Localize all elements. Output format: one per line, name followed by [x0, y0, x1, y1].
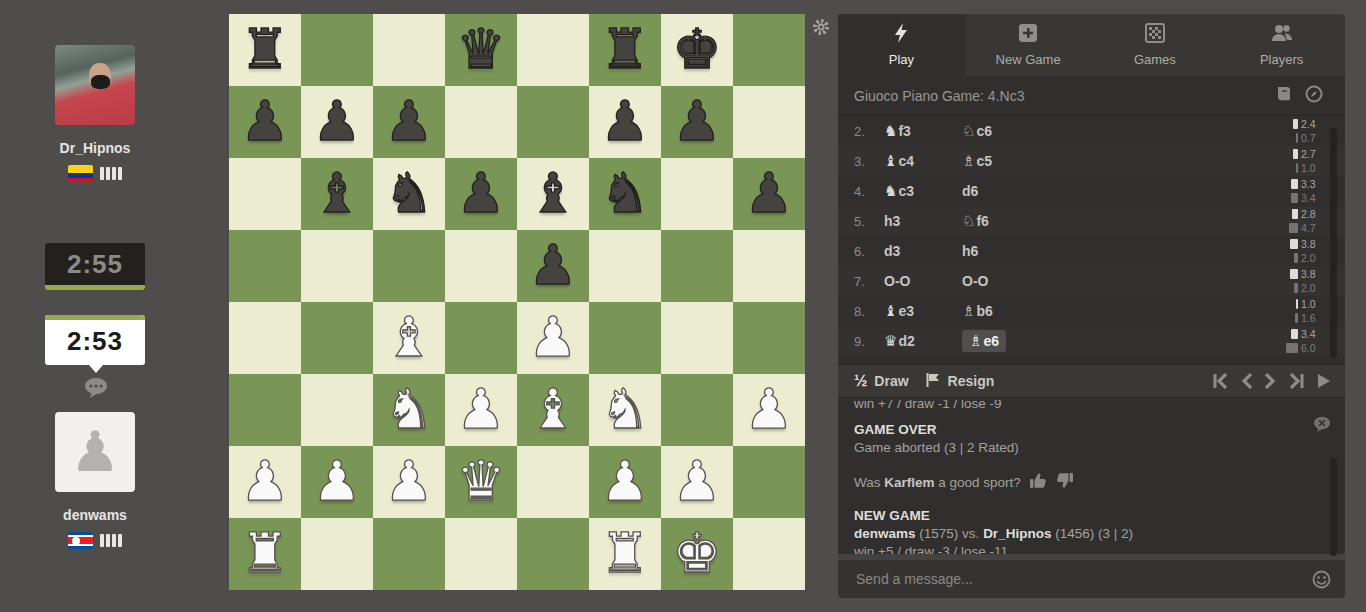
board-grid-icon — [1145, 23, 1165, 46]
square-f4[interactable] — [589, 302, 661, 374]
black-figurine-icon: ♘ — [962, 122, 975, 140]
square-d2[interactable]: ♛ — [445, 446, 517, 518]
move-times: 3.82.0 — [1257, 238, 1325, 265]
piece-black-bishop[interactable]: ♝ — [517, 158, 589, 230]
resign-button[interactable]: Resign — [925, 372, 995, 391]
north-korea-flag-icon — [68, 532, 93, 549]
piece-white-bishop[interactable]: ♝ — [517, 374, 589, 446]
white-move[interactable]: ♝e3 — [884, 302, 962, 320]
chat-bubble-icon[interactable] — [83, 377, 109, 403]
chess-app: Dr_Hipnos 2:55 2:53 ♟ denwams ♜♛♜♚♟♟♟♟♟♝… — [0, 0, 1366, 612]
new-game-title: NEW GAME — [854, 507, 1329, 525]
square-e8[interactable] — [517, 14, 589, 86]
square-c5[interactable] — [373, 230, 445, 302]
square-e5[interactable]: ♟ — [517, 230, 589, 302]
time-value: 1.6 — [1301, 312, 1325, 324]
move-number: 9. — [854, 334, 884, 349]
square-c7[interactable]: ♟ — [373, 86, 445, 158]
square-d8[interactable]: ♛ — [445, 14, 517, 86]
previous-odds-line: win +7 / draw -1 / lose -9 — [854, 400, 1329, 413]
square-h5[interactable] — [733, 230, 805, 302]
time-value: 3.4 — [1301, 192, 1325, 204]
player-name-bottom[interactable]: denwams — [15, 507, 175, 523]
piece-white-queen[interactable]: ♛ — [445, 446, 517, 518]
white-figurine-icon: ♞ — [884, 122, 897, 140]
resign-flag-icon — [925, 372, 941, 391]
piece-white-rook[interactable]: ♜ — [589, 518, 661, 590]
move-times: 2.40.7 — [1257, 118, 1325, 145]
move-row-6: 6.d3h63.82.0 — [838, 236, 1345, 266]
move-number: 6. — [854, 244, 884, 259]
time-value: 1.0 — [1301, 298, 1325, 310]
time-value: 2.8 — [1301, 208, 1325, 220]
move-row-3: 3.♝c4♗c52.71.0 — [838, 146, 1345, 176]
square-g7[interactable]: ♟ — [661, 86, 733, 158]
piece-black-pawn[interactable]: ♟ — [301, 86, 373, 158]
piece-white-pawn[interactable]: ♟ — [733, 374, 805, 446]
time-bar — [1294, 283, 1298, 293]
white-move[interactable]: ♛d2 — [884, 332, 962, 350]
black-move[interactable]: d6 — [962, 183, 1040, 199]
square-d7[interactable] — [445, 86, 517, 158]
move-row-9: 9.♛d2♗e63.46.0 — [838, 326, 1345, 356]
square-d6[interactable]: ♟ — [445, 158, 517, 230]
time-bar — [1290, 239, 1298, 249]
time-bar — [1291, 193, 1298, 203]
move-row-7: 7.O-OO-O3.82.0 — [838, 266, 1345, 296]
half-point-icon: ½ — [854, 372, 867, 390]
piece-white-pawn[interactable]: ♟ — [589, 446, 661, 518]
tab-new-game[interactable]: New Game — [965, 14, 1092, 76]
piece-white-pawn[interactable]: ♟ — [301, 446, 373, 518]
selected-move-chip: ♗e6 — [962, 330, 1006, 352]
square-a1[interactable]: ♜ — [229, 518, 301, 590]
square-b1[interactable] — [301, 518, 373, 590]
explorer-compass-icon[interactable] — [1305, 85, 1323, 107]
black-move[interactable]: ♗e6 — [962, 330, 1040, 352]
black-figurine-icon: ♗ — [962, 152, 975, 170]
piece-black-rook[interactable]: ♜ — [589, 14, 661, 86]
autoplay-button[interactable] — [1316, 373, 1331, 389]
square-d5[interactable] — [445, 230, 517, 302]
piece-black-pawn[interactable]: ♟ — [661, 86, 733, 158]
white-figurine-icon: ♞ — [884, 182, 897, 200]
square-b5[interactable] — [301, 230, 373, 302]
time-bar — [1289, 223, 1298, 233]
time-bar — [1286, 343, 1298, 353]
connection-bars-icon — [100, 534, 122, 547]
time-value: 3.4 — [1301, 328, 1325, 340]
piece-white-pawn[interactable]: ♟ — [445, 374, 517, 446]
square-h6[interactable]: ♟ — [733, 158, 805, 230]
square-a2[interactable]: ♟ — [229, 446, 301, 518]
white-figurine-icon: ♝ — [884, 302, 897, 320]
move-list-scrollbar[interactable] — [1330, 128, 1337, 358]
move-times: 2.71.0 — [1257, 148, 1325, 175]
square-e3[interactable]: ♝ — [517, 374, 589, 446]
square-f6[interactable]: ♞ — [589, 158, 661, 230]
black-move[interactable]: O-O — [962, 273, 1040, 289]
time-bar — [1296, 133, 1298, 143]
square-d3[interactable]: ♟ — [445, 374, 517, 446]
piece-black-pawn[interactable]: ♟ — [589, 86, 661, 158]
move-list: 2.♞f3♘c62.40.73.♝c4♗c52.71.04.♞c3d63.33.… — [838, 116, 1345, 364]
square-e1[interactable] — [517, 518, 589, 590]
move-number: 4. — [854, 184, 884, 199]
time-value: 2.7 — [1301, 148, 1325, 160]
move-times: 3.33.4 — [1257, 178, 1325, 205]
square-g4[interactable] — [661, 302, 733, 374]
time-bar — [1291, 329, 1298, 339]
time-value: 2.0 — [1301, 252, 1325, 264]
square-f1[interactable]: ♜ — [589, 518, 661, 590]
square-a6[interactable] — [229, 158, 301, 230]
square-e6[interactable]: ♝ — [517, 158, 589, 230]
piece-black-queen[interactable]: ♛ — [445, 14, 517, 86]
chat-scrollbar[interactable] — [1330, 458, 1337, 556]
square-b2[interactable]: ♟ — [301, 446, 373, 518]
move-row-8: 8.♝e3♗b61.01.6 — [838, 296, 1345, 326]
message-input[interactable] — [854, 570, 1312, 588]
square-a3[interactable] — [229, 374, 301, 446]
tab-bar: Play New Game Games Players — [838, 14, 1345, 76]
black-move[interactable]: ♘c6 — [962, 122, 1040, 140]
white-figurine-icon: ♝ — [884, 152, 897, 170]
time-progress-bar — [45, 315, 145, 320]
black-move[interactable]: h6 — [962, 243, 1040, 259]
clock-top: 2:55 — [45, 243, 145, 290]
clock-bottom: 2:53 — [45, 315, 145, 365]
opening-book-icon[interactable] — [1275, 85, 1293, 107]
square-f8[interactable]: ♜ — [589, 14, 661, 86]
move-number: 3. — [854, 154, 884, 169]
time-value: 3.3 — [1301, 178, 1325, 190]
square-g1[interactable]: ♚ — [661, 518, 733, 590]
piece-black-pawn[interactable]: ♟ — [517, 230, 589, 302]
new-odds-line: win +5 / draw -3 / lose -11 — [854, 543, 1329, 554]
time-value: 0.7 — [1301, 132, 1325, 144]
white-move[interactable]: d3 — [884, 243, 962, 259]
time-bar — [1295, 313, 1298, 323]
piece-black-pawn[interactable]: ♟ — [733, 158, 805, 230]
piece-black-pawn[interactable]: ♟ — [373, 86, 445, 158]
time-value: 2.4 — [1301, 118, 1325, 130]
opening-row: Giuoco Piano Game: 4.Nc3 — [838, 76, 1345, 116]
square-e7[interactable] — [517, 86, 589, 158]
black-figurine-icon: ♗ — [962, 302, 975, 320]
lightning-icon — [893, 23, 909, 46]
square-e4[interactable]: ♟ — [517, 302, 589, 374]
piece-white-knight[interactable]: ♞ — [373, 374, 445, 446]
clock-pointer — [89, 365, 103, 373]
connection-bars-icon — [100, 167, 122, 180]
time-bar — [1292, 209, 1298, 219]
tab-games[interactable]: Games — [1092, 14, 1219, 76]
tab-players[interactable]: Players — [1218, 14, 1345, 76]
piece-white-pawn[interactable]: ♟ — [229, 446, 301, 518]
piece-white-bishop[interactable]: ♝ — [373, 302, 445, 374]
white-move[interactable]: h3 — [884, 213, 962, 229]
square-h3[interactable]: ♟ — [733, 374, 805, 446]
square-g8[interactable]: ♚ — [661, 14, 733, 86]
move-times: 1.01.6 — [1257, 298, 1325, 325]
black-figurine-icon: ♘ — [962, 212, 975, 230]
square-f7[interactable]: ♟ — [589, 86, 661, 158]
square-d4[interactable] — [445, 302, 517, 374]
move-number: 7. — [854, 274, 884, 289]
player-name-top[interactable]: Dr_Hipnos — [15, 140, 175, 156]
white-figurine-icon: ♛ — [884, 332, 897, 350]
message-bar — [838, 560, 1345, 598]
square-h4[interactable] — [733, 302, 805, 374]
square-b7[interactable]: ♟ — [301, 86, 373, 158]
move-number: 8. — [854, 304, 884, 319]
white-move[interactable]: O-O — [884, 273, 962, 289]
opening-name: Giuoco Piano Game: 4.Nc3 — [854, 88, 1275, 104]
square-c1[interactable] — [373, 518, 445, 590]
move-number: 5. — [854, 214, 884, 229]
move-times: 3.82.0 — [1257, 268, 1325, 295]
right-panel: Play New Game Games Players Giuoco Piano… — [838, 14, 1345, 598]
avatar[interactable]: ♟ — [55, 412, 135, 492]
time-bar — [1291, 179, 1298, 189]
square-g6[interactable] — [661, 158, 733, 230]
time-bar — [1293, 149, 1298, 159]
thumbs-up-icon[interactable] — [1030, 472, 1047, 494]
square-h8[interactable] — [733, 14, 805, 86]
time-bar — [1296, 299, 1298, 309]
square-c4[interactable]: ♝ — [373, 302, 445, 374]
piece-white-rook[interactable]: ♜ — [229, 518, 301, 590]
black-move[interactable]: ♗b6 — [962, 302, 1040, 320]
matchup-line: denwams (1575) vs. Dr_Hipnos (1456) (3 |… — [854, 525, 1329, 543]
square-b6[interactable]: ♝ — [301, 158, 373, 230]
square-c6[interactable]: ♞ — [373, 158, 445, 230]
emoji-smiley-icon[interactable] — [1312, 570, 1331, 589]
time-bar — [1294, 253, 1298, 263]
time-value: 4.7 — [1301, 222, 1325, 234]
chat-muted-icon[interactable] — [1313, 416, 1331, 436]
square-c2[interactable]: ♟ — [373, 446, 445, 518]
nav-first-button[interactable] — [1212, 373, 1229, 389]
piece-black-rook[interactable]: ♜ — [229, 14, 301, 86]
black-move[interactable]: ♘f6 — [962, 212, 1040, 230]
square-f3[interactable]: ♞ — [589, 374, 661, 446]
square-g3[interactable] — [661, 374, 733, 446]
chat-area: win +7 / draw -1 / lose -9 GAME OVER Gam… — [838, 400, 1345, 554]
colombia-flag-icon — [68, 165, 93, 182]
piece-white-knight[interactable]: ♞ — [589, 374, 661, 446]
square-f5[interactable] — [589, 230, 661, 302]
white-move[interactable]: ♝c4 — [884, 152, 962, 170]
move-number: 2. — [854, 124, 884, 139]
nav-back-button[interactable] — [1240, 373, 1253, 389]
move-times: 3.46.0 — [1257, 328, 1325, 355]
square-a8[interactable]: ♜ — [229, 14, 301, 86]
black-move[interactable]: ♗c5 — [962, 152, 1040, 170]
move-row-2: 2.♞f3♘c62.40.7 — [838, 116, 1345, 146]
nav-last-button[interactable] — [1288, 373, 1305, 389]
players-icon — [1271, 23, 1293, 46]
square-c3[interactable]: ♞ — [373, 374, 445, 446]
nav-forward-button[interactable] — [1264, 373, 1277, 389]
opponent-name: Karflem — [884, 475, 934, 490]
plus-square-icon — [1018, 23, 1038, 46]
time-value: 3.8 — [1301, 238, 1325, 250]
square-f2[interactable]: ♟ — [589, 446, 661, 518]
square-b4[interactable] — [301, 302, 373, 374]
square-h1[interactable] — [733, 518, 805, 590]
move-row-4: 4.♞c3d63.33.4 — [838, 176, 1345, 206]
square-g2[interactable]: ♟ — [661, 446, 733, 518]
thumbs-down-icon[interactable] — [1056, 472, 1073, 494]
piece-white-pawn[interactable]: ♟ — [661, 446, 733, 518]
square-b3[interactable] — [301, 374, 373, 446]
game-over-detail: Game aborted (3 | 2 Rated) — [854, 439, 1329, 457]
piece-black-pawn[interactable]: ♟ — [445, 158, 517, 230]
time-value: 2.0 — [1301, 282, 1325, 294]
time-value: 3.8 — [1301, 268, 1325, 280]
time-bar — [1290, 269, 1298, 279]
game-controls: ½ Draw Resign — [838, 364, 1345, 398]
black-figurine-icon: ♗ — [969, 332, 982, 350]
move-times: 2.84.7 — [1257, 208, 1325, 235]
white-move[interactable]: ♞f3 — [884, 122, 962, 140]
piece-white-pawn[interactable]: ♟ — [517, 302, 589, 374]
square-h2[interactable] — [733, 446, 805, 518]
avatar[interactable] — [55, 45, 135, 125]
white-move[interactable]: ♞c3 — [884, 182, 962, 200]
time-value: 1.0 — [1301, 162, 1325, 174]
square-h7[interactable] — [733, 86, 805, 158]
game-over-title: GAME OVER — [854, 421, 1329, 439]
square-c8[interactable] — [373, 14, 445, 86]
piece-black-bishop[interactable]: ♝ — [301, 158, 373, 230]
time-bar — [1293, 119, 1298, 129]
time-value: 6.0 — [1301, 342, 1325, 354]
piece-black-knight[interactable]: ♞ — [373, 158, 445, 230]
chess-board[interactable]: ♜♛♜♚♟♟♟♟♟♝♞♟♝♞♟♟♝♟♞♟♝♞♟♟♟♟♛♟♟♜♜♚ — [229, 14, 805, 590]
piece-white-king[interactable]: ♚ — [661, 518, 733, 590]
piece-white-pawn[interactable]: ♟ — [373, 446, 445, 518]
time-progress-bar — [45, 285, 145, 290]
square-g5[interactable] — [661, 230, 733, 302]
draw-button[interactable]: ½ Draw — [854, 372, 909, 390]
pawn-avatar-icon: ♟ — [55, 412, 135, 492]
square-a5[interactable] — [229, 230, 301, 302]
piece-black-pawn[interactable]: ♟ — [229, 86, 301, 158]
square-a4[interactable] — [229, 302, 301, 374]
move-row-5: 5.h3♘f62.84.7 — [838, 206, 1345, 236]
square-d1[interactable] — [445, 518, 517, 590]
square-e2[interactable] — [517, 446, 589, 518]
settings-gear-icon[interactable] — [812, 18, 830, 36]
square-b8[interactable] — [301, 14, 373, 86]
square-a7[interactable]: ♟ — [229, 86, 301, 158]
piece-black-king[interactable]: ♚ — [661, 14, 733, 86]
tab-play[interactable]: Play — [838, 14, 965, 76]
time-bar — [1296, 163, 1298, 173]
piece-black-knight[interactable]: ♞ — [589, 158, 661, 230]
